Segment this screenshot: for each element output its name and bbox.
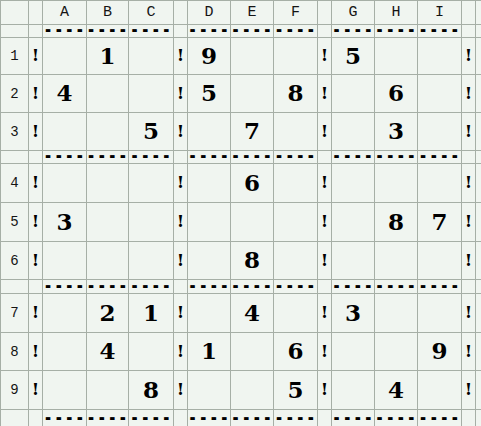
box-separator-dashes-glyph: ----: [274, 280, 316, 294]
box-divider-mark-glyph: !: [321, 250, 328, 270]
box-divider-mark-glyph: !: [32, 211, 39, 231]
spacer-cell: [476, 371, 481, 410]
row-header-label: 8: [10, 344, 18, 360]
row-header-3: 3: [1, 113, 29, 151]
cell-G7[interactable]: 3: [332, 294, 375, 333]
spacer-cell: [29, 1, 43, 25]
box-divider-mark-glyph: !: [321, 302, 328, 322]
box-divider-mark-glyph: !: [32, 121, 39, 141]
box-separator-dashes-glyph: ----: [130, 25, 172, 38]
spacer-cell: [476, 151, 481, 164]
box-divider-mark: !: [174, 242, 188, 280]
box-separator-dashes-glyph: ----: [188, 280, 230, 294]
box-separator-dashes-glyph: ----: [274, 151, 316, 164]
box-separator-dashes: ----: [332, 25, 375, 38]
spacer-cell: [318, 280, 332, 294]
cell-I5[interactable]: 7: [418, 203, 462, 242]
spacer-cell: [476, 164, 481, 203]
cell-C2[interactable]: [129, 75, 174, 113]
box-separator-dashes: ----: [375, 151, 418, 164]
box-divider-mark-glyph: !: [465, 83, 472, 103]
box-separator-dashes-glyph: ----: [130, 410, 172, 426]
box-divider-mark: !: [462, 38, 476, 75]
spacer-cell: [1, 25, 29, 38]
row-header-6: 6: [1, 242, 29, 280]
col-header-label: G: [348, 4, 357, 21]
box-divider-mark: !: [174, 294, 188, 333]
row-header-label: 6: [10, 253, 18, 269]
box-divider-mark: !: [29, 38, 43, 75]
box-divider-mark: !: [462, 371, 476, 410]
box-separator-dashes: ----: [129, 280, 174, 294]
cell-value: 5: [287, 376, 303, 403]
box-separator-dashes-glyph: ----: [375, 151, 417, 164]
box-divider-mark: !: [174, 113, 188, 151]
row-header-9: 9: [1, 371, 29, 410]
box-separator-dashes: ----: [43, 280, 87, 294]
box-separator-dashes-glyph: ----: [43, 25, 85, 38]
box-separator-dashes-glyph: ----: [375, 410, 417, 426]
col-header-F: F: [274, 1, 318, 25]
cell-C8[interactable]: [129, 333, 174, 371]
spacer-cell: [1, 410, 29, 426]
cell-I8[interactable]: 9: [418, 333, 462, 371]
box-separator-dashes-glyph: ----: [418, 25, 460, 38]
box-divider-mark: !: [29, 294, 43, 333]
col-header-E: E: [231, 1, 274, 25]
col-header-I: I: [418, 1, 462, 25]
box-separator-dashes: ----: [87, 280, 129, 294]
cell-I7[interactable]: [418, 294, 462, 333]
col-header-label: B: [103, 4, 112, 21]
box-separator-dashes-glyph: ----: [274, 25, 316, 38]
box-separator-dashes: ----: [418, 25, 462, 38]
box-separator-dashes: ----: [231, 151, 274, 164]
cell-F3[interactable]: [274, 113, 318, 151]
cell-D9[interactable]: [188, 371, 231, 410]
cell-value: 4: [388, 376, 404, 403]
col-header-A: A: [43, 1, 87, 25]
cell-H1[interactable]: [375, 38, 418, 75]
box-divider-mark: !: [318, 113, 332, 151]
spacer-cell: [476, 410, 481, 426]
col-header-label: F: [291, 4, 300, 21]
col-header-label: E: [247, 4, 256, 21]
box-divider-mark: !: [462, 294, 476, 333]
box-separator-dashes: ----: [332, 410, 375, 426]
spacer-cell: [476, 294, 481, 333]
cell-value: 4: [244, 299, 260, 326]
spacer-cell: [174, 280, 188, 294]
cell-D8[interactable]: 1: [188, 333, 231, 371]
cell-value: 6: [388, 79, 404, 106]
sudoku-board: ABCDEFGHI-------------------------------…: [0, 0, 481, 426]
cell-B3[interactable]: [87, 113, 129, 151]
box-divider-mark: !: [29, 242, 43, 280]
box-separator-dashes-glyph: ----: [418, 410, 460, 426]
cell-H8[interactable]: [375, 333, 418, 371]
spacer-cell: [476, 113, 481, 151]
spacer-cell: [318, 410, 332, 426]
col-header-G: G: [332, 1, 375, 25]
box-separator-dashes-glyph: ----: [375, 25, 417, 38]
cell-I6[interactable]: [418, 242, 462, 280]
box-separator-dashes-glyph: ----: [332, 280, 374, 294]
box-divider-mark-glyph: !: [177, 250, 184, 270]
cell-value: 5: [201, 79, 217, 106]
cell-E1[interactable]: [231, 38, 274, 75]
cell-B9[interactable]: [87, 371, 129, 410]
box-separator-dashes-glyph: ----: [274, 410, 316, 426]
box-divider-mark-glyph: !: [321, 211, 328, 231]
box-divider-mark-glyph: !: [465, 302, 472, 322]
spacer-cell: [1, 1, 29, 25]
box-separator-dashes: ----: [87, 151, 129, 164]
row-header-2: 2: [1, 75, 29, 113]
spacer-cell: [174, 410, 188, 426]
cell-value: 2: [99, 299, 115, 326]
box-separator-dashes-glyph: ----: [87, 25, 129, 38]
spacer-cell: [318, 25, 332, 38]
cell-G2[interactable]: [332, 75, 375, 113]
box-separator-dashes: ----: [274, 410, 318, 426]
col-header-label: D: [204, 4, 213, 21]
cell-E2[interactable]: [231, 75, 274, 113]
box-separator-dashes-glyph: ----: [43, 151, 85, 164]
box-separator-dashes-glyph: ----: [130, 280, 172, 294]
cell-A6[interactable]: [43, 242, 87, 280]
cell-H5[interactable]: 8: [375, 203, 418, 242]
cell-D4[interactable]: [188, 164, 231, 203]
box-separator-dashes-glyph: ----: [332, 151, 374, 164]
cell-value: 1: [143, 299, 159, 326]
cell-H2[interactable]: 6: [375, 75, 418, 113]
spacer-cell: [1, 280, 29, 294]
box-separator-dashes: ----: [274, 280, 318, 294]
box-divider-mark-glyph: !: [177, 379, 184, 399]
box-divider-mark-glyph: !: [177, 302, 184, 322]
spacer-cell: [462, 151, 476, 164]
cell-E7[interactable]: 4: [231, 294, 274, 333]
cell-F2[interactable]: 8: [274, 75, 318, 113]
cell-value: 6: [287, 337, 303, 364]
cell-A5[interactable]: 3: [43, 203, 87, 242]
cell-H3[interactable]: 3: [375, 113, 418, 151]
cell-I1[interactable]: [418, 38, 462, 75]
cell-F5[interactable]: [274, 203, 318, 242]
cell-value: 7: [244, 117, 260, 144]
cell-B5[interactable]: [87, 203, 129, 242]
cell-C1[interactable]: [129, 38, 174, 75]
box-separator-dashes: ----: [375, 410, 418, 426]
box-divider-mark: !: [462, 113, 476, 151]
box-separator-dashes: ----: [43, 25, 87, 38]
box-divider-mark: !: [318, 164, 332, 203]
box-separator-dashes-glyph: ----: [418, 151, 460, 164]
row-header-label: 7: [10, 305, 18, 321]
cell-E5[interactable]: [231, 203, 274, 242]
cell-D1[interactable]: 9: [188, 38, 231, 75]
col-header-C: C: [129, 1, 174, 25]
row-header-7: 7: [1, 294, 29, 333]
cell-I4[interactable]: [418, 164, 462, 203]
box-divider-mark-glyph: !: [177, 211, 184, 231]
cell-B8[interactable]: 4: [87, 333, 129, 371]
box-divider-mark: !: [318, 203, 332, 242]
box-separator-dashes-glyph: ----: [375, 280, 417, 294]
cell-value: 8: [244, 246, 260, 273]
box-divider-mark: !: [174, 203, 188, 242]
spacer-cell: [476, 280, 481, 294]
spacer-cell: [476, 75, 481, 113]
cell-value: 7: [431, 208, 447, 235]
cell-B4[interactable]: [87, 164, 129, 203]
cell-C7[interactable]: 1: [129, 294, 174, 333]
row-header-label: 5: [10, 214, 18, 230]
spacer-cell: [476, 333, 481, 371]
spacer-cell: [29, 410, 43, 426]
box-divider-mark: !: [318, 333, 332, 371]
cell-value: 3: [345, 299, 361, 326]
box-divider-mark: !: [318, 294, 332, 333]
spacer-cell: [1, 151, 29, 164]
box-divider-mark-glyph: !: [465, 172, 472, 192]
cell-H4[interactable]: [375, 164, 418, 203]
cell-value: 4: [99, 337, 115, 364]
cell-D7[interactable]: [188, 294, 231, 333]
cell-A8[interactable]: [43, 333, 87, 371]
cell-E8[interactable]: [231, 333, 274, 371]
box-separator-dashes: ----: [231, 25, 274, 38]
cell-A2[interactable]: 4: [43, 75, 87, 113]
cell-value: 8: [143, 376, 159, 403]
cell-F8[interactable]: 6: [274, 333, 318, 371]
row-header-5: 5: [1, 203, 29, 242]
box-divider-mark-glyph: !: [177, 83, 184, 103]
cell-F9[interactable]: 5: [274, 371, 318, 410]
box-separator-dashes: ----: [188, 25, 231, 38]
cell-I2[interactable]: [418, 75, 462, 113]
spacer-cell: [318, 1, 332, 25]
col-header-B: B: [87, 1, 129, 25]
spacer-cell: [476, 242, 481, 280]
spacer-cell: [29, 280, 43, 294]
cell-D2[interactable]: 5: [188, 75, 231, 113]
row-header-label: 4: [10, 175, 18, 191]
box-divider-mark-glyph: !: [465, 211, 472, 231]
box-separator-dashes: ----: [274, 151, 318, 164]
box-separator-dashes: ----: [43, 151, 87, 164]
cell-C5[interactable]: [129, 203, 174, 242]
box-separator-dashes: ----: [188, 151, 231, 164]
col-header-D: D: [188, 1, 231, 25]
cell-value: 1: [99, 42, 115, 69]
spacer-cell: [476, 25, 481, 38]
col-header-label: I: [435, 4, 444, 21]
box-divider-mark-glyph: !: [32, 45, 39, 65]
box-divider-mark-glyph: !: [32, 250, 39, 270]
box-separator-dashes-glyph: ----: [188, 25, 230, 38]
box-separator-dashes-glyph: ----: [418, 280, 460, 294]
cell-E6[interactable]: 8: [231, 242, 274, 280]
box-divider-mark-glyph: !: [321, 341, 328, 361]
box-divider-mark-glyph: !: [32, 172, 39, 192]
cell-A4[interactable]: [43, 164, 87, 203]
box-separator-dashes: ----: [188, 410, 231, 426]
box-divider-mark: !: [29, 75, 43, 113]
cell-F6[interactable]: [274, 242, 318, 280]
box-divider-mark: !: [29, 333, 43, 371]
row-header-4: 4: [1, 164, 29, 203]
cell-C3[interactable]: 5: [129, 113, 174, 151]
box-divider-mark-glyph: !: [465, 379, 472, 399]
box-separator-dashes-glyph: ----: [130, 151, 172, 164]
cell-value: 6: [244, 169, 260, 196]
box-divider-mark: !: [462, 242, 476, 280]
cell-value: 8: [287, 79, 303, 106]
box-divider-mark-glyph: !: [177, 172, 184, 192]
box-separator-dashes: ----: [129, 151, 174, 164]
box-divider-mark-glyph: !: [177, 45, 184, 65]
box-divider-mark: !: [29, 113, 43, 151]
box-separator-dashes: ----: [418, 280, 462, 294]
box-divider-mark: !: [174, 164, 188, 203]
row-header-label: 3: [10, 124, 18, 140]
cell-value: 1: [201, 337, 217, 364]
box-divider-mark: !: [29, 203, 43, 242]
box-separator-dashes-glyph: ----: [231, 151, 273, 164]
box-separator-dashes-glyph: ----: [188, 151, 230, 164]
box-separator-dashes-glyph: ----: [231, 280, 273, 294]
cell-A1[interactable]: [43, 38, 87, 75]
cell-H9[interactable]: 4: [375, 371, 418, 410]
box-divider-mark-glyph: !: [321, 83, 328, 103]
cell-B7[interactable]: 2: [87, 294, 129, 333]
box-separator-dashes-glyph: ----: [332, 410, 374, 426]
box-divider-mark-glyph: !: [32, 379, 39, 399]
box-divider-mark: !: [462, 164, 476, 203]
box-separator-dashes-glyph: ----: [87, 151, 129, 164]
box-separator-dashes: ----: [231, 410, 274, 426]
box-divider-mark-glyph: !: [465, 121, 472, 141]
cell-B2[interactable]: [87, 75, 129, 113]
spacer-cell: [29, 151, 43, 164]
box-separator-dashes: ----: [375, 25, 418, 38]
box-separator-dashes: ----: [274, 25, 318, 38]
col-header-label: H: [391, 4, 400, 21]
spacer-cell: [476, 38, 481, 75]
box-separator-dashes: ----: [418, 151, 462, 164]
cell-D6[interactable]: [188, 242, 231, 280]
col-header-H: H: [375, 1, 418, 25]
box-separator-dashes: ----: [129, 410, 174, 426]
box-separator-dashes: ----: [87, 25, 129, 38]
box-divider-mark: !: [462, 203, 476, 242]
box-separator-dashes-glyph: ----: [43, 410, 85, 426]
cell-G9[interactable]: [332, 371, 375, 410]
spacer-cell: [174, 1, 188, 25]
cell-G6[interactable]: [332, 242, 375, 280]
cell-I9[interactable]: [418, 371, 462, 410]
spacer-cell: [174, 25, 188, 38]
box-divider-mark-glyph: !: [177, 341, 184, 361]
cell-B6[interactable]: [87, 242, 129, 280]
box-divider-mark-glyph: !: [321, 121, 328, 141]
box-divider-mark: !: [462, 75, 476, 113]
box-divider-mark-glyph: !: [32, 83, 39, 103]
cell-E9[interactable]: [231, 371, 274, 410]
box-divider-mark: !: [174, 38, 188, 75]
box-divider-mark: !: [29, 164, 43, 203]
cell-C4[interactable]: [129, 164, 174, 203]
box-divider-mark-glyph: !: [465, 45, 472, 65]
box-separator-dashes: ----: [332, 151, 375, 164]
cell-G3[interactable]: [332, 113, 375, 151]
cell-G4[interactable]: [332, 164, 375, 203]
cell-B1[interactable]: 1: [87, 38, 129, 75]
cell-value: 9: [431, 337, 447, 364]
cell-E3[interactable]: 7: [231, 113, 274, 151]
box-divider-mark-glyph: !: [321, 379, 328, 399]
cell-value: 3: [56, 208, 72, 235]
cell-H6[interactable]: [375, 242, 418, 280]
cell-A9[interactable]: [43, 371, 87, 410]
row-header-label: 1: [10, 48, 18, 64]
cell-F7[interactable]: [274, 294, 318, 333]
box-divider-mark-glyph: !: [321, 172, 328, 192]
cell-D5[interactable]: [188, 203, 231, 242]
box-divider-mark: !: [174, 333, 188, 371]
spacer-cell: [462, 25, 476, 38]
box-divider-mark-glyph: !: [177, 121, 184, 141]
cell-C6[interactable]: [129, 242, 174, 280]
cell-F1[interactable]: [274, 38, 318, 75]
box-separator-dashes-glyph: ----: [87, 280, 129, 294]
cell-G1[interactable]: 5: [332, 38, 375, 75]
cell-value: 4: [56, 79, 72, 106]
cell-G8[interactable]: [332, 333, 375, 371]
box-separator-dashes-glyph: ----: [231, 410, 273, 426]
box-separator-dashes: ----: [43, 410, 87, 426]
box-separator-dashes: ----: [231, 280, 274, 294]
cell-C9[interactable]: 8: [129, 371, 174, 410]
cell-F4[interactable]: [274, 164, 318, 203]
spacer-cell: [476, 203, 481, 242]
box-separator-dashes: ----: [87, 410, 129, 426]
cell-value: 8: [388, 208, 404, 235]
cell-A7[interactable]: [43, 294, 87, 333]
row-header-8: 8: [1, 333, 29, 371]
spacer-cell: [174, 151, 188, 164]
spacer-cell: [462, 410, 476, 426]
box-divider-mark-glyph: !: [465, 250, 472, 270]
box-divider-mark: !: [318, 242, 332, 280]
cell-I3[interactable]: [418, 113, 462, 151]
cell-D3[interactable]: [188, 113, 231, 151]
cell-G5[interactable]: [332, 203, 375, 242]
box-separator-dashes-glyph: ----: [231, 25, 273, 38]
cell-E4[interactable]: 6: [231, 164, 274, 203]
box-divider-mark: !: [462, 333, 476, 371]
box-separator-dashes: ----: [188, 280, 231, 294]
box-separator-dashes: ----: [375, 280, 418, 294]
cell-value: 5: [345, 42, 361, 69]
spacer-cell: [462, 1, 476, 25]
cell-H7[interactable]: [375, 294, 418, 333]
box-divider-mark-glyph: !: [465, 341, 472, 361]
cell-A3[interactable]: [43, 113, 87, 151]
box-divider-mark: !: [29, 371, 43, 410]
